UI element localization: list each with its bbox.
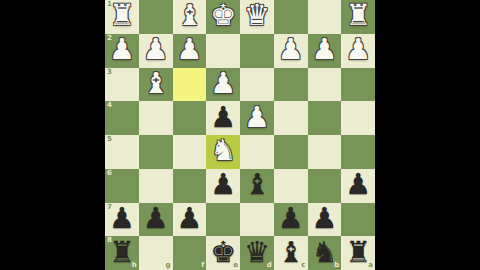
square-g5[interactable] bbox=[139, 135, 173, 169]
white-pawn: ♟ bbox=[143, 35, 169, 64]
square-a4[interactable] bbox=[341, 101, 375, 135]
square-f3[interactable] bbox=[173, 68, 207, 102]
square-a3[interactable] bbox=[341, 68, 375, 102]
square-c8[interactable]: c♝ bbox=[274, 236, 308, 270]
square-f5[interactable] bbox=[173, 135, 207, 169]
black-bishop: ♝ bbox=[244, 170, 270, 199]
square-e7[interactable] bbox=[206, 203, 240, 237]
black-king: ♚ bbox=[210, 238, 236, 267]
file-label-d: d bbox=[267, 262, 272, 269]
white-pawn: ♟ bbox=[176, 35, 202, 64]
square-b6[interactable] bbox=[308, 169, 342, 203]
square-d3[interactable] bbox=[240, 68, 274, 102]
black-pawn: ♟ bbox=[345, 170, 371, 199]
square-c5[interactable] bbox=[274, 135, 308, 169]
white-rook: ♜ bbox=[109, 1, 135, 30]
rank-label-2: 2 bbox=[107, 35, 112, 42]
square-h6[interactable]: 6 bbox=[105, 169, 139, 203]
square-f2[interactable]: ♟ bbox=[173, 34, 207, 68]
chess-board: 1♜♝♚♛♜2♟♟♟♟♟♟3♝♟4♟♟5♞6♟♝♟7♟♟♟♟♟8h♜gfe♚d♛… bbox=[105, 0, 375, 270]
black-pawn: ♟ bbox=[311, 204, 337, 233]
square-d8[interactable]: d♛ bbox=[240, 236, 274, 270]
black-pawn: ♟ bbox=[143, 204, 169, 233]
square-e6[interactable]: ♟ bbox=[206, 169, 240, 203]
square-h3[interactable]: 3 bbox=[105, 68, 139, 102]
square-g8[interactable]: g bbox=[139, 236, 173, 270]
white-pawn: ♟ bbox=[311, 35, 337, 64]
square-f4[interactable] bbox=[173, 101, 207, 135]
square-b7[interactable]: ♟ bbox=[308, 203, 342, 237]
white-bishop: ♝ bbox=[143, 69, 169, 98]
rank-label-8: 8 bbox=[107, 237, 112, 244]
black-pawn: ♟ bbox=[278, 204, 304, 233]
square-h7[interactable]: 7♟ bbox=[105, 203, 139, 237]
square-h1[interactable]: 1♜ bbox=[105, 0, 139, 34]
square-b1[interactable] bbox=[308, 0, 342, 34]
square-g2[interactable]: ♟ bbox=[139, 34, 173, 68]
file-label-h: h bbox=[132, 262, 137, 269]
black-rook: ♜ bbox=[345, 238, 371, 267]
square-c7[interactable]: ♟ bbox=[274, 203, 308, 237]
square-d7[interactable] bbox=[240, 203, 274, 237]
square-b8[interactable]: b♞ bbox=[308, 236, 342, 270]
square-e2[interactable] bbox=[206, 34, 240, 68]
white-knight: ♞ bbox=[210, 136, 236, 165]
square-d5[interactable] bbox=[240, 135, 274, 169]
file-label-a: a bbox=[368, 262, 373, 269]
square-d1[interactable]: ♛ bbox=[240, 0, 274, 34]
white-pawn: ♟ bbox=[345, 35, 371, 64]
square-c1[interactable] bbox=[274, 0, 308, 34]
square-b5[interactable] bbox=[308, 135, 342, 169]
white-rook: ♜ bbox=[345, 1, 371, 30]
square-d4[interactable]: ♟ bbox=[240, 101, 274, 135]
black-rook: ♜ bbox=[109, 238, 135, 267]
rank-label-7: 7 bbox=[107, 204, 112, 211]
white-pawn: ♟ bbox=[244, 103, 270, 132]
white-king: ♚ bbox=[210, 1, 236, 30]
square-f8[interactable]: f bbox=[173, 236, 207, 270]
square-h5[interactable]: 5 bbox=[105, 135, 139, 169]
square-d6[interactable]: ♝ bbox=[240, 169, 274, 203]
square-g3[interactable]: ♝ bbox=[139, 68, 173, 102]
black-pawn: ♟ bbox=[176, 204, 202, 233]
square-e5[interactable]: ♞ bbox=[206, 135, 240, 169]
white-queen: ♛ bbox=[244, 1, 270, 30]
square-f6[interactable] bbox=[173, 169, 207, 203]
rank-label-6: 6 bbox=[107, 170, 112, 177]
file-label-b: b bbox=[334, 262, 339, 269]
square-a1[interactable]: ♜ bbox=[341, 0, 375, 34]
black-queen: ♛ bbox=[244, 238, 270, 267]
square-a7[interactable] bbox=[341, 203, 375, 237]
black-bishop: ♝ bbox=[278, 238, 304, 267]
square-g7[interactable]: ♟ bbox=[139, 203, 173, 237]
square-h4[interactable]: 4 bbox=[105, 101, 139, 135]
file-label-g: g bbox=[165, 262, 170, 269]
square-e1[interactable]: ♚ bbox=[206, 0, 240, 34]
square-b3[interactable] bbox=[308, 68, 342, 102]
square-g6[interactable] bbox=[139, 169, 173, 203]
letterbox-left bbox=[0, 0, 105, 270]
square-c6[interactable] bbox=[274, 169, 308, 203]
file-label-f: f bbox=[201, 262, 204, 269]
square-e3[interactable]: ♟ bbox=[206, 68, 240, 102]
square-g1[interactable] bbox=[139, 0, 173, 34]
letterbox-right bbox=[375, 0, 480, 270]
square-a5[interactable] bbox=[341, 135, 375, 169]
white-pawn: ♟ bbox=[109, 35, 135, 64]
black-knight: ♞ bbox=[311, 238, 337, 267]
square-a2[interactable]: ♟ bbox=[341, 34, 375, 68]
white-bishop: ♝ bbox=[176, 1, 202, 30]
square-a8[interactable]: a♜ bbox=[341, 236, 375, 270]
rank-label-4: 4 bbox=[107, 102, 112, 109]
chess-app-screen: 1♜♝♚♛♜2♟♟♟♟♟♟3♝♟4♟♟5♞6♟♝♟7♟♟♟♟♟8h♜gfe♚d♛… bbox=[0, 0, 480, 270]
white-pawn: ♟ bbox=[278, 35, 304, 64]
square-c3[interactable] bbox=[274, 68, 308, 102]
square-b4[interactable] bbox=[308, 101, 342, 135]
square-c2[interactable]: ♟ bbox=[274, 34, 308, 68]
rank-label-5: 5 bbox=[107, 136, 112, 143]
square-a6[interactable]: ♟ bbox=[341, 169, 375, 203]
black-pawn: ♟ bbox=[210, 103, 236, 132]
square-f7[interactable]: ♟ bbox=[173, 203, 207, 237]
file-label-e: e bbox=[233, 262, 238, 269]
rank-label-3: 3 bbox=[107, 69, 112, 76]
square-h8[interactable]: 8h♜ bbox=[105, 236, 139, 270]
white-pawn: ♟ bbox=[210, 69, 236, 98]
black-pawn: ♟ bbox=[210, 170, 236, 199]
square-e8[interactable]: e♚ bbox=[206, 236, 240, 270]
square-d2[interactable] bbox=[240, 34, 274, 68]
square-e4[interactable]: ♟ bbox=[206, 101, 240, 135]
square-h2[interactable]: 2♟ bbox=[105, 34, 139, 68]
square-b2[interactable]: ♟ bbox=[308, 34, 342, 68]
square-c4[interactable] bbox=[274, 101, 308, 135]
square-f1[interactable]: ♝ bbox=[173, 0, 207, 34]
square-g4[interactable] bbox=[139, 101, 173, 135]
rank-label-1: 1 bbox=[107, 1, 112, 8]
black-pawn: ♟ bbox=[109, 204, 135, 233]
file-label-c: c bbox=[301, 262, 305, 269]
